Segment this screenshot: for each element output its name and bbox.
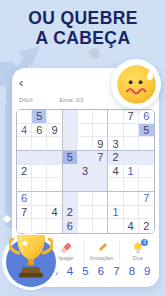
cell-r7c7[interactable] — [108, 192, 123, 206]
cell-r5c8[interactable]: 1 — [124, 165, 139, 179]
cell-r5c1[interactable]: 2 — [17, 165, 32, 179]
cell-r3c1[interactable] — [17, 137, 32, 151]
cell-r3c4[interactable] — [63, 137, 78, 151]
cell-r8c9[interactable] — [139, 206, 154, 220]
banner-title: OU QUEBRE A CABEÇA — [0, 8, 166, 48]
cell-r5c2[interactable] — [32, 165, 47, 179]
cell-r5c5[interactable]: 3 — [78, 165, 93, 179]
cell-r1c3[interactable] — [47, 110, 62, 124]
numpad-5[interactable]: 5 — [78, 262, 93, 280]
cell-r9c8[interactable]: 4 — [124, 219, 139, 233]
cell-r4c6[interactable]: 7 — [93, 151, 108, 165]
cell-r8c6[interactable] — [93, 206, 108, 220]
cell-r4c5[interactable] — [78, 151, 93, 165]
cell-r1c7[interactable] — [108, 110, 123, 124]
sudoku-grid: 5764695935722341677421642 — [16, 109, 155, 234]
cell-r4c2[interactable] — [32, 151, 47, 165]
cell-r7c3[interactable] — [47, 192, 62, 206]
notes-label: Anotações — [90, 255, 114, 261]
cell-r6c4[interactable] — [63, 178, 78, 192]
numpad-4[interactable]: 4 — [62, 262, 77, 280]
pencil-icon — [96, 241, 108, 254]
numpad-8[interactable]: 8 — [124, 262, 139, 280]
cell-r5c4[interactable] — [63, 165, 78, 179]
cell-r7c6[interactable] — [93, 192, 108, 206]
cell-r8c4[interactable]: 2 — [63, 206, 78, 220]
trophy-icon — [9, 229, 53, 281]
cell-r1c8[interactable]: 7 — [124, 110, 139, 124]
cell-r8c8[interactable] — [124, 206, 139, 220]
cell-r4c3[interactable] — [47, 151, 62, 165]
cell-r6c2[interactable] — [32, 178, 47, 192]
cell-r2c3[interactable]: 9 — [47, 124, 62, 138]
cell-r4c1[interactable] — [17, 151, 32, 165]
cell-r1c5[interactable] — [78, 110, 93, 124]
cell-r4c4[interactable]: 5 — [63, 151, 78, 165]
cell-r9c5[interactable] — [78, 219, 93, 233]
worried-face-icon — [115, 63, 158, 106]
hint-count-badge: 3 — [141, 239, 148, 246]
eraser-icon — [60, 241, 72, 254]
cell-r5c6[interactable] — [93, 165, 108, 179]
cell-r6c3[interactable] — [47, 178, 62, 192]
cell-r7c8[interactable] — [124, 192, 139, 206]
trophy-sticker — [2, 233, 59, 290]
cell-r7c9[interactable]: 7 — [139, 192, 154, 206]
cell-r9c9[interactable]: 2 — [139, 219, 154, 233]
cell-r7c5[interactable] — [78, 192, 93, 206]
worried-emoji-sticker — [111, 59, 161, 109]
cell-r2c4[interactable] — [63, 124, 78, 138]
banner-title-line1: OU QUEBRE — [0, 8, 166, 28]
numpad-6[interactable]: 6 — [93, 262, 108, 280]
cell-r6c7[interactable] — [108, 178, 123, 192]
cell-r8c1[interactable]: 7 — [17, 206, 32, 220]
errors-counter: Erros: 0/3 — [12, 97, 131, 103]
cell-r3c9[interactable] — [139, 137, 154, 151]
cell-r7c1[interactable]: 6 — [17, 192, 32, 206]
cell-r1c1[interactable] — [17, 110, 32, 124]
cell-r4c8[interactable] — [124, 151, 139, 165]
back-button[interactable]: ‹ — [19, 76, 23, 89]
cell-r6c1[interactable] — [17, 178, 32, 192]
cell-r2c1[interactable]: 4 — [17, 124, 32, 138]
cell-r5c7[interactable]: 4 — [108, 165, 123, 179]
cell-r2c6[interactable] — [93, 124, 108, 138]
cell-r8c7[interactable]: 1 — [108, 206, 123, 220]
cell-r1c4[interactable] — [63, 110, 78, 124]
cell-r3c5[interactable] — [78, 137, 93, 151]
cell-r6c8[interactable] — [124, 178, 139, 192]
cell-r8c2[interactable] — [32, 206, 47, 220]
app-screenshot: OU QUEBRE A CABEÇA ‹ Difícil Erros: 0/3 … — [0, 0, 166, 296]
cell-r1c9[interactable]: 6 — [139, 110, 154, 124]
cell-r2c2[interactable]: 6 — [32, 124, 47, 138]
cell-r1c2[interactable]: 5 — [32, 110, 47, 124]
cell-r3c8[interactable] — [124, 137, 139, 151]
dot-decoration — [89, 48, 100, 59]
cell-r2c9[interactable]: 5 — [139, 124, 154, 138]
cell-r4c7[interactable]: 2 — [108, 151, 123, 165]
cell-r2c8[interactable] — [124, 124, 139, 138]
cell-r3c6[interactable]: 9 — [93, 137, 108, 151]
erase-label: Apagar — [57, 255, 73, 261]
cell-r3c7[interactable]: 3 — [108, 137, 123, 151]
cell-r3c2[interactable] — [32, 137, 47, 151]
cell-r3c3[interactable] — [47, 137, 62, 151]
cell-r4c9[interactable] — [139, 151, 154, 165]
hint-label: Dica — [132, 255, 142, 261]
cell-r5c3[interactable] — [47, 165, 62, 179]
cell-r5c9[interactable] — [139, 165, 154, 179]
cell-r8c3[interactable]: 4 — [47, 206, 62, 220]
cell-r6c6[interactable] — [93, 178, 108, 192]
cell-r7c4[interactable] — [63, 192, 78, 206]
cell-r2c5[interactable] — [78, 124, 93, 138]
cell-r9c4[interactable]: 6 — [63, 219, 78, 233]
numpad-7[interactable]: 7 — [109, 262, 124, 280]
cell-r9c7[interactable] — [108, 219, 123, 233]
banner-title-line2: A CABEÇA — [0, 28, 166, 48]
cell-r6c5[interactable] — [78, 178, 93, 192]
trophy-circle — [6, 237, 56, 287]
cell-r2c7[interactable] — [108, 124, 123, 138]
cell-r6c9[interactable] — [139, 178, 154, 192]
cell-r7c2[interactable] — [32, 192, 47, 206]
cell-r1c6[interactable] — [93, 110, 108, 124]
numpad-9[interactable]: 9 — [140, 262, 155, 280]
cell-r8c5[interactable] — [78, 206, 93, 220]
cell-r9c6[interactable] — [93, 219, 108, 233]
